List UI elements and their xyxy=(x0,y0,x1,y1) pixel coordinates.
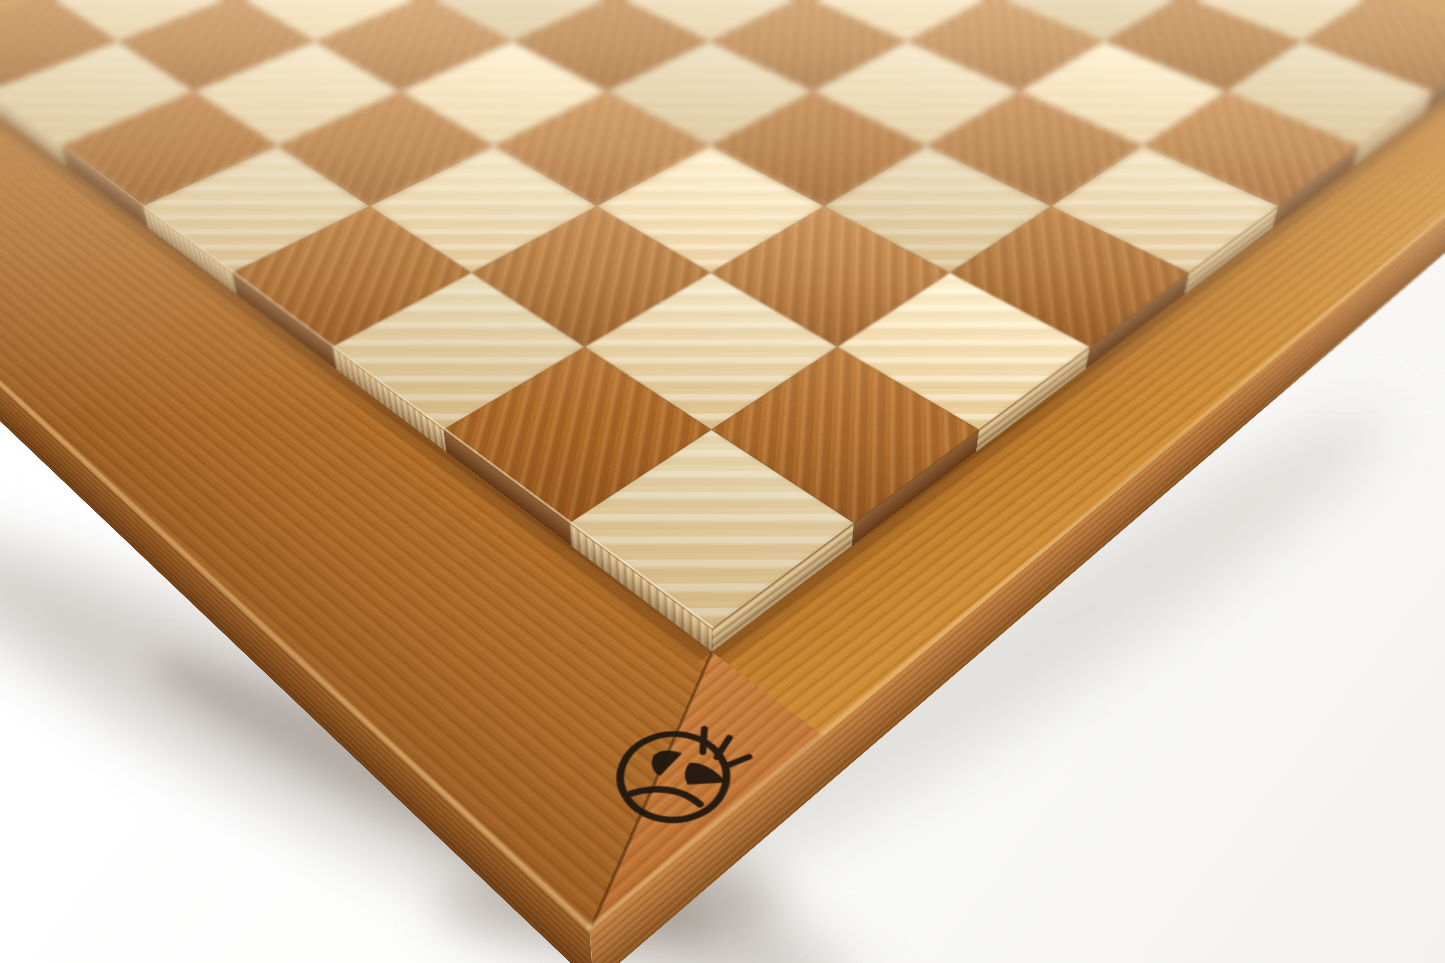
chessboard-photo-scene xyxy=(0,0,1445,963)
